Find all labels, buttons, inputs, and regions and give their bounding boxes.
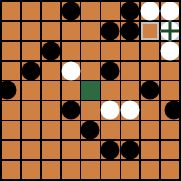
black-stone — [61, 101, 80, 120]
board-cell-r8-c8[interactable] — [161, 161, 179, 179]
board-cell-r1-c5[interactable] — [101, 22, 119, 40]
board-cell-r1-c4[interactable] — [81, 22, 99, 40]
board-cell-r0-c2[interactable] — [42, 2, 60, 20]
board-cell-r0-c3[interactable] — [62, 2, 80, 20]
board-cell-r7-c0[interactable] — [2, 141, 20, 159]
board-cell-r6-c1[interactable] — [22, 121, 40, 139]
board-cell-r1-c1[interactable] — [22, 22, 40, 40]
board-cell-r8-c5[interactable] — [101, 161, 119, 179]
board-cell-r2-c7[interactable] — [141, 42, 159, 60]
white-stone — [160, 2, 179, 21]
board-cell-r3-c1[interactable] — [22, 62, 40, 80]
board-cell-r5-c1[interactable] — [22, 101, 40, 119]
board-cell-r1-c8[interactable] — [161, 22, 179, 40]
black-stone — [21, 61, 40, 80]
board-cell-r4-c3[interactable] — [62, 81, 80, 99]
board-cell-r0-c6[interactable] — [121, 2, 139, 20]
black-stone — [0, 81, 17, 100]
board-cell-r6-c6[interactable] — [121, 121, 139, 139]
board-cell-r7-c2[interactable] — [42, 141, 60, 159]
board-cell-r6-c4[interactable] — [81, 121, 99, 139]
board-cell-r8-c6[interactable] — [121, 161, 139, 179]
board-cell-r2-c5[interactable] — [101, 42, 119, 60]
board-cell-r4-c0[interactable] — [2, 81, 20, 99]
black-stone — [121, 2, 140, 21]
black-stone — [101, 140, 120, 159]
white-stone — [121, 101, 140, 120]
board-cell-r7-c5[interactable] — [101, 141, 119, 159]
board-cell-r2-c2[interactable] — [42, 42, 60, 60]
board-cell-r7-c4[interactable] — [81, 141, 99, 159]
cursor-crosshair-icon — [161, 29, 179, 32]
board-cell-r8-c3[interactable] — [62, 161, 80, 179]
board-cell-r1-c7[interactable] — [141, 22, 159, 40]
board-cell-r5-c8[interactable] — [161, 101, 179, 119]
board-cell-r0-c7[interactable] — [141, 2, 159, 20]
black-stone — [121, 140, 140, 159]
board-cell-r5-c0[interactable] — [2, 101, 20, 119]
board-cell-r6-c2[interactable] — [42, 121, 60, 139]
board-cell-r8-c2[interactable] — [42, 161, 60, 179]
board-cell-r0-c4[interactable] — [81, 2, 99, 20]
board-cell-r1-c0[interactable] — [2, 22, 20, 40]
board-cell-r0-c1[interactable] — [22, 2, 40, 20]
board-cell-r4-c5[interactable] — [101, 81, 119, 99]
board-cell-r4-c2[interactable] — [42, 81, 60, 99]
board-cell-r7-c3[interactable] — [62, 141, 80, 159]
board-cell-r8-c7[interactable] — [141, 161, 159, 179]
board-cell-r8-c1[interactable] — [22, 161, 40, 179]
black-stone — [101, 61, 120, 80]
board-cell-r5-c4[interactable] — [81, 101, 99, 119]
board-cell-r6-c8[interactable] — [161, 121, 179, 139]
board-cell-r2-c1[interactable] — [22, 42, 40, 60]
board-cell-r2-c8[interactable] — [161, 42, 179, 60]
board-cell-r2-c0[interactable] — [2, 42, 20, 60]
board-cell-r5-c3[interactable] — [62, 101, 80, 119]
board-cell-r6-c3[interactable] — [62, 121, 80, 139]
black-stone — [81, 121, 100, 140]
board-cell-r8-c4[interactable] — [81, 161, 99, 179]
black-stone — [164, 101, 181, 120]
board-cell-r2-c4[interactable] — [81, 42, 99, 60]
board-cell-r4-c6[interactable] — [121, 81, 139, 99]
black-stone — [121, 21, 140, 40]
black-stone — [41, 41, 60, 60]
board-cell-r8-c0[interactable] — [2, 161, 20, 179]
board-cell-r5-c5[interactable] — [101, 101, 119, 119]
game-board — [0, 0, 181, 181]
board-cell-r0-c0[interactable] — [2, 2, 20, 20]
board-cell-r2-c6[interactable] — [121, 42, 139, 60]
white-stone — [101, 101, 120, 120]
board-cell-r0-c8[interactable] — [161, 2, 179, 20]
black-stone — [101, 21, 120, 40]
black-stone — [140, 81, 159, 100]
board-cell-r3-c5[interactable] — [101, 62, 119, 80]
board-cell-r3-c4[interactable] — [81, 62, 99, 80]
white-stone — [61, 61, 80, 80]
board-cell-r7-c6[interactable] — [121, 141, 139, 159]
board-cell-r2-c3[interactable] — [62, 42, 80, 60]
board-cell-r3-c0[interactable] — [2, 62, 20, 80]
board-cell-r6-c0[interactable] — [2, 121, 20, 139]
board-cell-r4-c8[interactable] — [161, 81, 179, 99]
board-cell-r3-c8[interactable] — [161, 62, 179, 80]
board-cell-r7-c8[interactable] — [161, 141, 179, 159]
board-cell-r7-c7[interactable] — [141, 141, 159, 159]
board-cell-r6-c5[interactable] — [101, 121, 119, 139]
board-cell-r4-c1[interactable] — [22, 81, 40, 99]
board-cell-r6-c7[interactable] — [141, 121, 159, 139]
green-block-cell — [81, 81, 99, 99]
white-stone — [160, 41, 179, 60]
white-stone — [140, 2, 159, 21]
board-cell-r3-c2[interactable] — [42, 62, 60, 80]
board-cell-r0-c5[interactable] — [101, 2, 119, 20]
board-cell-r4-c7[interactable] — [141, 81, 159, 99]
board-cell-r3-c3[interactable] — [62, 62, 80, 80]
board-cell-r5-c6[interactable] — [121, 101, 139, 119]
board-cell-r3-c6[interactable] — [121, 62, 139, 80]
black-stone — [61, 2, 80, 21]
board-cell-r5-c2[interactable] — [42, 101, 60, 119]
board-cell-r1-c3[interactable] — [62, 22, 80, 40]
board-cell-r3-c7[interactable] — [141, 62, 159, 80]
board-cell-r1-c2[interactable] — [42, 22, 60, 40]
board-cell-r5-c7[interactable] — [141, 101, 159, 119]
board-cell-r1-c6[interactable] — [121, 22, 139, 40]
board-cell-r7-c1[interactable] — [22, 141, 40, 159]
